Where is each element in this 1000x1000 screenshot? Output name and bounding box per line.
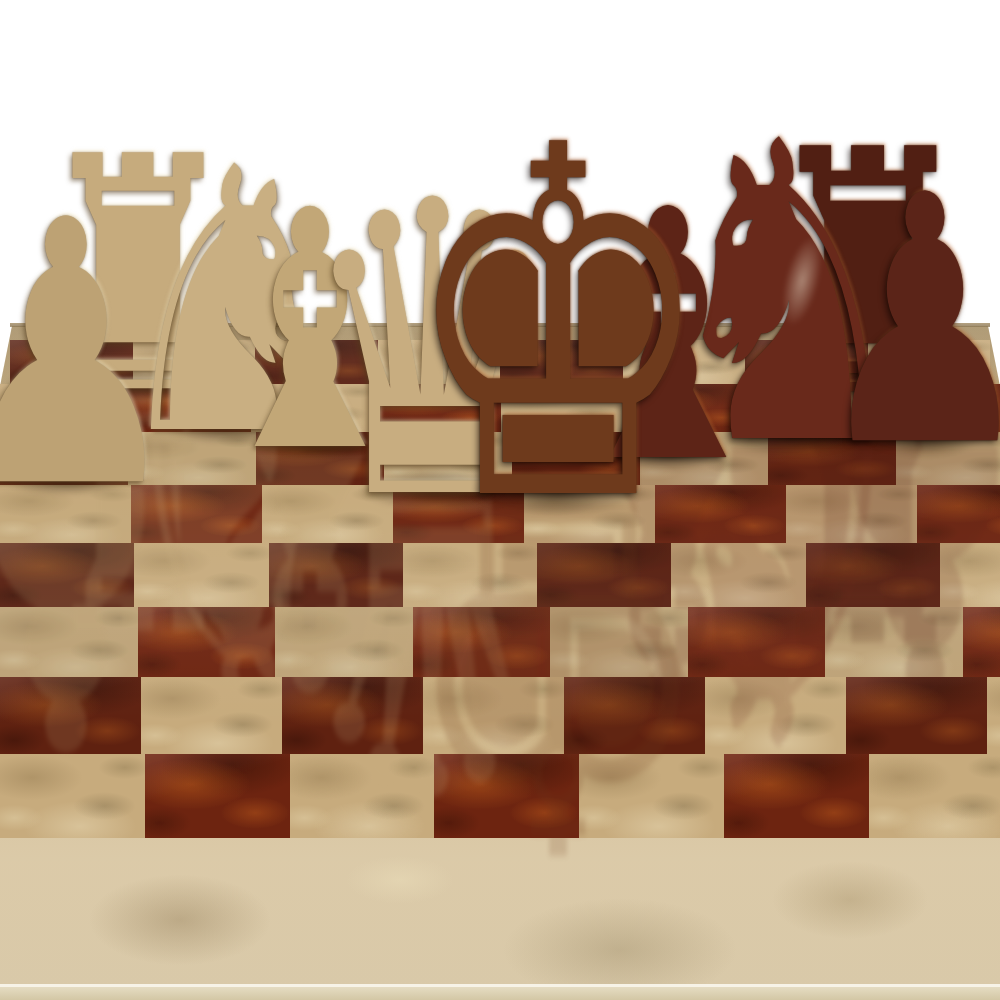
square-f2[interactable] [705,677,846,754]
chess-set-photo: ♟♟♜♜♞♞♝♝♛♛♚♚♝♝♞♞♜♜♟♟ [0,0,1000,1000]
square-d1[interactable] [434,754,579,838]
square-f1[interactable] [724,754,869,838]
piece-black-pawn-h7[interactable]: ♟ [815,151,1000,493]
square-d2[interactable] [423,677,564,754]
square-g3[interactable] [825,607,963,677]
square-b3[interactable] [138,607,276,677]
square-a2[interactable] [0,677,141,754]
square-e2[interactable] [564,677,705,754]
board-rank-1 [0,754,1000,838]
square-a1[interactable] [0,754,145,838]
square-c3[interactable] [275,607,413,677]
square-c1[interactable] [290,754,435,838]
square-b2[interactable] [141,677,282,754]
square-h2[interactable] [987,677,1000,754]
square-h4[interactable] [940,543,1000,607]
square-a3[interactable] [0,607,138,677]
square-c2[interactable] [282,677,423,754]
square-g1[interactable] [869,754,1000,838]
square-g2[interactable] [846,677,987,754]
square-b1[interactable] [145,754,290,838]
square-e3[interactable] [550,607,688,677]
board-front-bevel [0,984,1000,1000]
board-rank-3 [0,607,1000,677]
square-d3[interactable] [413,607,551,677]
piece-black-king-e6[interactable]: ♚ [402,85,714,568]
square-h3[interactable] [963,607,1000,677]
square-f3[interactable] [688,607,826,677]
square-g4[interactable] [806,543,940,607]
board-rank-2 [0,677,1000,754]
piece-white-pawn-a6[interactable]: ♟ [0,173,183,537]
square-e1[interactable] [579,754,724,838]
